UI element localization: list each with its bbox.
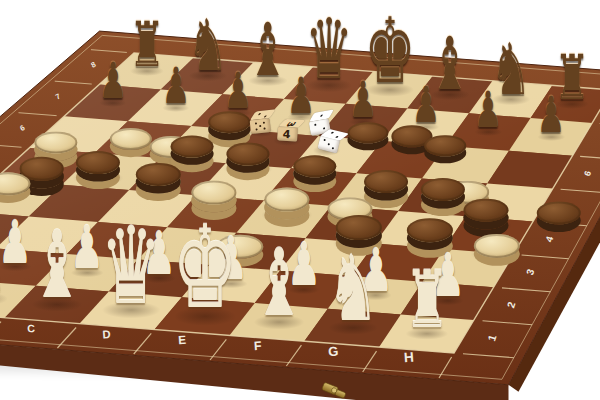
file-label-E: E: [178, 333, 187, 348]
file-label-F: F: [253, 339, 262, 354]
chess-set-photo: ABCDEFGH1122334455667788 ♜♞♝♛♚♝♞♜♟♟♟♟♟♟♟…: [0, 0, 600, 400]
file-label-C: C: [27, 322, 36, 335]
file-label-G: G: [328, 344, 339, 360]
file-label-D: D: [102, 328, 111, 341]
chess-board: ABCDEFGH1122334455667788: [0, 0, 600, 400]
file-label-H: H: [403, 350, 414, 366]
